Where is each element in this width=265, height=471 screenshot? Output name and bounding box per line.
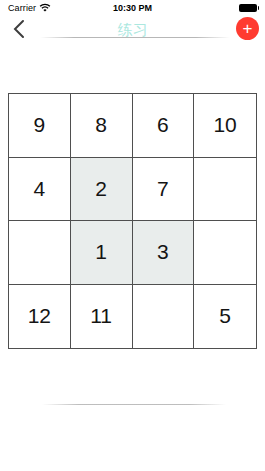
grid-cell-r3c3[interactable]: 3 <box>133 221 195 285</box>
grid-cell-r3c2[interactable]: 1 <box>71 221 133 285</box>
battery-icon <box>239 4 259 12</box>
grid-cell-r1c1[interactable]: 9 <box>9 94 71 158</box>
grid-cell-r1c2[interactable]: 8 <box>71 94 133 158</box>
grid-cell-r2c1[interactable]: 4 <box>9 158 71 222</box>
grid-cell-r2c4[interactable] <box>194 158 256 222</box>
chevron-left-icon <box>13 19 25 39</box>
status-time: 10:30 PM <box>0 3 265 13</box>
grid-cell-r3c4[interactable] <box>194 221 256 285</box>
bottom-divider <box>42 404 226 405</box>
puzzle-grid: 986104271312115 <box>8 93 257 349</box>
grid-cell-r4c4[interactable]: 5 <box>194 285 256 349</box>
grid-cell-r2c2[interactable]: 2 <box>71 158 133 222</box>
grid-cell-r2c3[interactable]: 7 <box>133 158 195 222</box>
grid-cell-r4c3[interactable] <box>133 285 195 349</box>
back-button[interactable] <box>8 18 30 40</box>
grid-cell-r1c3[interactable]: 6 <box>133 94 195 158</box>
grid-cell-r4c1[interactable]: 12 <box>9 285 71 349</box>
navbar-divider <box>40 37 230 38</box>
grid-cell-r1c4[interactable]: 10 <box>194 94 256 158</box>
grid-cell-r3c1[interactable] <box>9 221 71 285</box>
plus-icon: + <box>243 20 253 37</box>
status-bar: Carrier 10:30 PM <box>0 0 265 16</box>
grid-cell-r4c2[interactable]: 11 <box>71 285 133 349</box>
add-button[interactable]: + <box>236 17 259 40</box>
